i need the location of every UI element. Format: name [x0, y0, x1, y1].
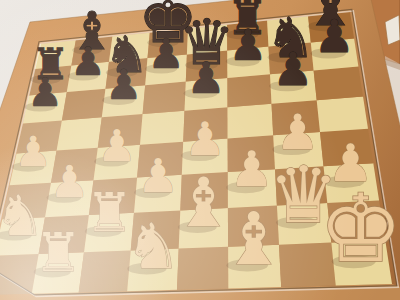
warm-cast	[0, 0, 400, 300]
chess-board: ♝♚♜♝♜♟♞♟♛♟♞♟♟♟♟♟♟♟♟♟♟♟♟♟♞♜♝♛♜♞♝♚	[0, 0, 400, 300]
chess-photo-scene: ♝♚♜♝♜♟♞♟♛♟♞♟♟♟♟♟♟♟♟♟♟♟♟♟♞♜♝♛♜♞♝♚	[0, 0, 400, 300]
